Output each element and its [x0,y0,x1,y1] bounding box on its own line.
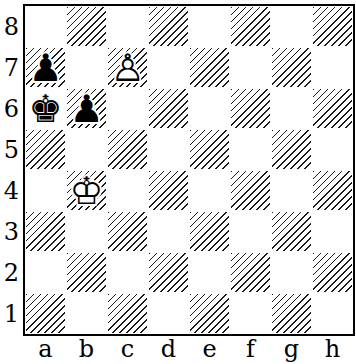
square-g2[interactable] [271,252,312,293]
square-d2[interactable] [148,252,189,293]
square-f2[interactable] [230,252,271,293]
rank-label-6: 6 [0,88,23,129]
square-d3[interactable] [148,211,189,252]
square-d8[interactable] [148,6,189,47]
file-label-c: c [107,337,148,361]
square-c1[interactable] [107,293,148,334]
rank-label-8: 8 [0,6,23,47]
square-d4[interactable] [148,170,189,211]
piece-glyph: ♚ [25,88,66,129]
square-d6[interactable] [148,88,189,129]
square-a3[interactable] [25,211,66,252]
square-a4[interactable] [25,170,66,211]
square-b2[interactable] [66,252,107,293]
square-c7[interactable]: ♟♙ [107,47,148,88]
square-c6[interactable] [107,88,148,129]
square-c5[interactable] [107,129,148,170]
square-h6[interactable] [312,88,353,129]
square-h5[interactable] [312,129,353,170]
square-h2[interactable] [312,252,353,293]
square-b1[interactable] [66,293,107,334]
square-g6[interactable] [271,88,312,129]
square-f3[interactable] [230,211,271,252]
chess-board: ♟♟♟♙♚♚♟♟♚♔ [23,4,355,336]
square-c4[interactable] [107,170,148,211]
square-a5[interactable] [25,129,66,170]
rank-label-5: 5 [0,129,23,170]
square-g3[interactable] [271,211,312,252]
square-b3[interactable] [66,211,107,252]
piece-glyph: ♟ [66,88,107,129]
square-e2[interactable] [189,252,230,293]
square-h3[interactable] [312,211,353,252]
file-label-d: d [148,337,189,361]
square-g8[interactable] [271,6,312,47]
square-e5[interactable] [189,129,230,170]
square-h4[interactable] [312,170,353,211]
square-e1[interactable] [189,293,230,334]
piece-glyph: ♙ [107,47,148,88]
rank-labels: 87654321 [0,6,23,334]
square-h7[interactable] [312,47,353,88]
piece-white-pawn-c7[interactable]: ♟♙ [107,47,148,88]
square-e6[interactable] [189,88,230,129]
square-g7[interactable] [271,47,312,88]
square-f6[interactable] [230,88,271,129]
file-label-g: g [271,337,312,361]
square-f8[interactable] [230,6,271,47]
square-e4[interactable] [189,170,230,211]
square-c8[interactable] [107,6,148,47]
file-label-e: e [189,337,230,361]
square-a2[interactable] [25,252,66,293]
square-c3[interactable] [107,211,148,252]
chess-diagram: 87654321 ♟♟♟♙♚♚♟♟♚♔ abcdefgh [0,0,356,364]
rank-label-7: 7 [0,47,23,88]
rank-label-3: 3 [0,211,23,252]
square-d1[interactable] [148,293,189,334]
square-b6[interactable]: ♟♟ [66,88,107,129]
piece-black-king-a6[interactable]: ♚♚ [25,88,66,129]
square-f7[interactable] [230,47,271,88]
square-e3[interactable] [189,211,230,252]
square-d5[interactable] [148,129,189,170]
square-e7[interactable] [189,47,230,88]
square-b4[interactable]: ♚♔ [66,170,107,211]
rank-label-1: 1 [0,293,23,334]
square-a7[interactable]: ♟♟ [25,47,66,88]
square-e8[interactable] [189,6,230,47]
square-a1[interactable] [25,293,66,334]
square-g4[interactable] [271,170,312,211]
square-d7[interactable] [148,47,189,88]
file-label-f: f [230,337,271,361]
square-b7[interactable] [66,47,107,88]
piece-glyph: ♟ [25,47,66,88]
file-label-b: b [66,337,107,361]
piece-white-king-b4[interactable]: ♚♔ [66,170,107,211]
square-g5[interactable] [271,129,312,170]
square-g1[interactable] [271,293,312,334]
square-h1[interactable] [312,293,353,334]
square-c2[interactable] [107,252,148,293]
square-f1[interactable] [230,293,271,334]
file-labels: abcdefgh [25,336,353,362]
square-a6[interactable]: ♚♚ [25,88,66,129]
square-f4[interactable] [230,170,271,211]
file-label-a: a [25,337,66,361]
file-label-h: h [312,337,353,361]
piece-glyph: ♔ [66,170,107,211]
rank-label-2: 2 [0,252,23,293]
square-b5[interactable] [66,129,107,170]
rank-label-4: 4 [0,170,23,211]
square-h8[interactable] [312,6,353,47]
square-f5[interactable] [230,129,271,170]
square-a8[interactable] [25,6,66,47]
square-b8[interactable] [66,6,107,47]
piece-black-pawn-a7[interactable]: ♟♟ [25,47,66,88]
piece-black-pawn-b6[interactable]: ♟♟ [66,88,107,129]
